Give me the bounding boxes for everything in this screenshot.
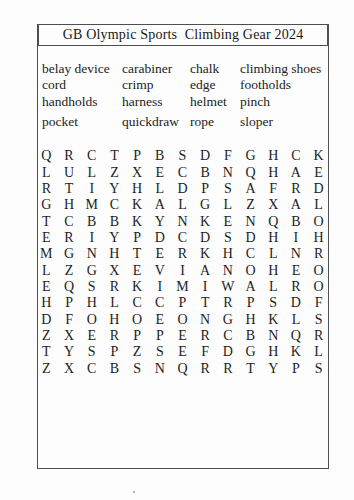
word-item: chalk — [190, 61, 240, 77]
grid-cell: H — [262, 344, 285, 360]
grid-cell: D — [239, 230, 262, 246]
grid-cell: Q — [171, 360, 194, 376]
grid-cell: E — [35, 230, 58, 246]
grid-cell: S — [262, 295, 285, 311]
grid-cell: T — [35, 344, 58, 360]
grid-cell: O — [239, 262, 262, 278]
grid-cell: R — [103, 328, 126, 344]
grid-cell: E — [148, 311, 171, 327]
grid-cell: C — [239, 246, 262, 262]
grid-cell: Y — [103, 230, 126, 246]
grid-cell: D — [217, 344, 240, 360]
grid-cell: R — [194, 328, 217, 344]
grid-cell: Y — [262, 360, 285, 376]
grid-cell: H — [262, 148, 285, 164]
grid-cell: E — [171, 344, 194, 360]
grid-cell: S — [148, 344, 171, 360]
grid-cell: O — [307, 279, 330, 295]
grid-cell: M — [35, 246, 58, 262]
grid-cell: R — [58, 148, 81, 164]
grid-cell: S — [217, 230, 240, 246]
grid-cell: L — [285, 311, 308, 327]
grid-cell: S — [171, 148, 194, 164]
grid-cell: B — [285, 213, 308, 229]
grid-cell: G — [239, 148, 262, 164]
grid-cell: T — [126, 246, 149, 262]
grid-cell: P — [148, 328, 171, 344]
grid-cell: C — [285, 148, 308, 164]
grid-cell: Q — [58, 279, 81, 295]
grid-cell: C — [80, 360, 103, 376]
grid-cell: I — [285, 230, 308, 246]
grid-cell: P — [103, 344, 126, 360]
grid-cell: T — [194, 295, 217, 311]
grid-cell: S — [307, 311, 330, 327]
grid-cell: E — [171, 328, 194, 344]
grid-cell: X — [58, 360, 81, 376]
grid-cell: C — [126, 295, 149, 311]
grid-cell: P — [58, 295, 81, 311]
grid-cell: H — [103, 246, 126, 262]
grid-cell: W — [217, 279, 240, 295]
grid-cell: A — [239, 181, 262, 197]
grid-cell: T — [103, 148, 126, 164]
grid-cell: D — [35, 311, 58, 327]
grid-cell: P — [126, 230, 149, 246]
grid-cell: Q — [35, 148, 58, 164]
grid-cell: C — [217, 328, 240, 344]
grid-cell: H — [239, 311, 262, 327]
grid-cell: R — [103, 279, 126, 295]
grid-cell: R — [35, 181, 58, 197]
grid-cell: C — [171, 230, 194, 246]
grid-cell: O — [307, 262, 330, 278]
grid-cell: X — [262, 197, 285, 213]
grid-cell: H — [80, 295, 103, 311]
grid-cell: Y — [103, 181, 126, 197]
grid-cell: L — [307, 344, 330, 360]
grid-cell: Z — [126, 344, 149, 360]
word-item: footholds — [240, 77, 330, 93]
grid-cell: H — [126, 181, 149, 197]
grid-cell: R — [307, 328, 330, 344]
grid-cell: Q — [239, 164, 262, 180]
grid-cell: D — [194, 148, 217, 164]
grid-cell: D — [285, 295, 308, 311]
grid-cell: I — [80, 230, 103, 246]
word-list: belay devicecarabinerchalkclimbing shoes… — [42, 61, 330, 131]
grid-cell: T — [35, 213, 58, 229]
grid-cell: M — [80, 197, 103, 213]
grid-cell: N — [194, 311, 217, 327]
grid-cell: H — [103, 311, 126, 327]
grid-cell: O — [126, 311, 149, 327]
grid-cell: H — [262, 164, 285, 180]
grid-cell: A — [285, 197, 308, 213]
grid-cell: L — [262, 246, 285, 262]
grid-cell: L — [103, 295, 126, 311]
grid-cell: F — [217, 148, 240, 164]
grid-cell: B — [194, 164, 217, 180]
grid-cell: L — [262, 279, 285, 295]
grid-cell: D — [194, 230, 217, 246]
grid-cell: S — [217, 181, 240, 197]
grid-cell: R — [217, 360, 240, 376]
grid-cell: G — [80, 262, 103, 278]
grid-cell: Z — [103, 164, 126, 180]
grid-cell: A — [194, 262, 217, 278]
title-box: GB Olympic Sports Climbing Gear 2024 — [38, 24, 328, 46]
grid-cell: H — [35, 295, 58, 311]
grid-cell: H — [307, 230, 330, 246]
grid-cell: N — [171, 213, 194, 229]
word-item: harness — [122, 94, 190, 110]
grid-cell: T — [239, 360, 262, 376]
grid-cell: A — [239, 279, 262, 295]
grid-cell: B — [80, 213, 103, 229]
puzzle-title: GB Olympic Sports Climbing Gear 2024 — [63, 27, 304, 43]
grid-cell: F — [194, 344, 217, 360]
grid-cell: N — [217, 164, 240, 180]
grid-cell: Z — [35, 360, 58, 376]
grid-cell: C — [103, 197, 126, 213]
grid-cell: V — [148, 262, 171, 278]
grid-cell: B — [103, 213, 126, 229]
grid-cell: B — [148, 148, 171, 164]
grid-cell: F — [58, 311, 81, 327]
grid-cell: K — [126, 213, 149, 229]
grid-cell: S — [80, 279, 103, 295]
grid-cell: D — [171, 181, 194, 197]
grid-cell: K — [194, 246, 217, 262]
grid-cell: C — [58, 213, 81, 229]
grid-cell: S — [307, 360, 330, 376]
grid-cell: F — [307, 295, 330, 311]
grid-cell: A — [285, 164, 308, 180]
grid-cell: O — [80, 311, 103, 327]
grid-cell: I — [80, 181, 103, 197]
word-item: sloper — [240, 114, 330, 130]
grid-cell: L — [171, 197, 194, 213]
grid-cell: E — [285, 262, 308, 278]
grid-cell: A — [148, 197, 171, 213]
word-item: carabiner — [122, 61, 190, 77]
grid-cell: D — [307, 181, 330, 197]
grid-cell: K — [126, 197, 149, 213]
grid-cell: X — [126, 164, 149, 180]
grid-cell: S — [80, 344, 103, 360]
word-item: edge — [190, 77, 240, 93]
grid-cell: E — [35, 279, 58, 295]
grid-cell: Q — [262, 213, 285, 229]
grid-cell: Z — [35, 328, 58, 344]
letter-grid: QRCTPBSDFGHCKLULZXECBNQHAERTIYHLDPSAFRDG… — [35, 148, 330, 377]
page: GB Olympic Sports Climbing Gear 2024 bel… — [0, 0, 354, 500]
grid-cell: H — [262, 262, 285, 278]
grid-cell: G — [217, 311, 240, 327]
grid-cell: E — [80, 328, 103, 344]
grid-cell: G — [239, 344, 262, 360]
grid-cell: R — [307, 246, 330, 262]
grid-cell: L — [307, 197, 330, 213]
word-item: pocket — [42, 114, 122, 130]
grid-cell: E — [148, 164, 171, 180]
word-item: handholds — [42, 94, 122, 110]
grid-cell: L — [80, 164, 103, 180]
word-item: quickdraw — [122, 114, 190, 130]
grid-cell: E — [126, 262, 149, 278]
grid-cell: H — [217, 246, 240, 262]
grid-cell: B — [239, 328, 262, 344]
grid-cell: O — [307, 213, 330, 229]
grid-cell: C — [80, 148, 103, 164]
grid-cell: K — [194, 213, 217, 229]
grid-cell: X — [103, 262, 126, 278]
word-item: climbing shoes — [240, 61, 330, 77]
grid-cell: P — [239, 295, 262, 311]
grid-cell: P — [285, 360, 308, 376]
word-item: rope — [190, 114, 240, 130]
grid-cell: T — [58, 181, 81, 197]
grid-cell: Z — [58, 262, 81, 278]
grid-cell: N — [217, 262, 240, 278]
word-item: belay device — [42, 61, 122, 77]
grid-cell: L — [35, 262, 58, 278]
grid-cell: M — [171, 279, 194, 295]
grid-cell: K — [126, 279, 149, 295]
grid-cell: B — [103, 360, 126, 376]
grid-cell: F — [262, 181, 285, 197]
grid-cell: X — [58, 328, 81, 344]
grid-cell: E — [148, 246, 171, 262]
grid-cell: K — [285, 344, 308, 360]
word-item: helmet — [190, 94, 240, 110]
word-item: cord — [42, 77, 122, 93]
grid-cell: L — [35, 164, 58, 180]
grid-cell: K — [262, 311, 285, 327]
grid-cell: G — [194, 197, 217, 213]
grid-cell: N — [262, 328, 285, 344]
grid-cell: N — [239, 213, 262, 229]
grid-cell: D — [148, 230, 171, 246]
grid-cell: Y — [58, 344, 81, 360]
grid-cell: I — [148, 279, 171, 295]
grid-cell: Y — [148, 213, 171, 229]
grid-cell: P — [194, 181, 217, 197]
grid-cell: K — [307, 148, 330, 164]
word-item: pinch — [240, 94, 330, 110]
grid-cell: L — [148, 181, 171, 197]
grid-cell: O — [171, 311, 194, 327]
grid-cell: C — [148, 295, 171, 311]
grid-cell: E — [307, 164, 330, 180]
grid-cell: R — [194, 360, 217, 376]
grid-cell: G — [35, 197, 58, 213]
grid-cell: N — [80, 246, 103, 262]
scan-speck — [133, 491, 135, 493]
grid-cell: Z — [239, 197, 262, 213]
grid-cell: P — [126, 328, 149, 344]
grid-cell: R — [285, 181, 308, 197]
grid-cell: R — [285, 279, 308, 295]
grid-cell: E — [217, 213, 240, 229]
grid-cell: N — [285, 246, 308, 262]
grid-cell: U — [58, 164, 81, 180]
grid-cell: Q — [285, 328, 308, 344]
grid-cell: I — [171, 262, 194, 278]
grid-cell: I — [194, 279, 217, 295]
word-item: crimp — [122, 77, 190, 93]
grid-cell: G — [58, 246, 81, 262]
grid-cell: R — [171, 246, 194, 262]
grid-cell: L — [217, 197, 240, 213]
grid-cell: C — [171, 164, 194, 180]
grid-cell: N — [148, 360, 171, 376]
grid-cell: P — [171, 295, 194, 311]
grid-cell: R — [58, 230, 81, 246]
grid-cell: H — [262, 230, 285, 246]
grid-cell: H — [58, 197, 81, 213]
grid-cell: S — [126, 360, 149, 376]
grid-cell: P — [126, 148, 149, 164]
grid-cell: R — [217, 295, 240, 311]
